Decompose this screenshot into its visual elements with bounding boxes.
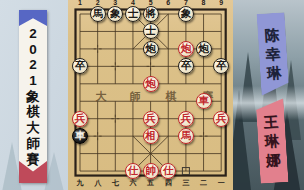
file-label: 二 xyxy=(197,178,211,188)
piece-red-advisor[interactable]: 仕 xyxy=(125,163,141,179)
banner-char: 師 xyxy=(26,137,40,152)
player-name-char: 陈 xyxy=(264,27,279,44)
player-name-char: 琳 xyxy=(264,133,279,150)
file-label: 七 xyxy=(108,178,122,188)
banner-char: 2 xyxy=(29,27,37,42)
xiangqi-board: 123456789 九八七六五四三二一 大師棋賽 馬象士將象士炮炮炮卒卒卒炮車兵… xyxy=(68,0,233,190)
player-name-bottom: 王琳娜 xyxy=(255,98,288,184)
file-label: 四 xyxy=(161,178,175,188)
file-label: 6 xyxy=(161,0,175,6)
banner-char: 2 xyxy=(29,58,37,73)
piece-black-king[interactable]: 將 xyxy=(143,6,159,22)
file-label: 五 xyxy=(144,178,158,188)
banner-char: 1 xyxy=(29,74,37,89)
piece-red-king[interactable]: 帥 xyxy=(143,163,159,179)
banner-char: 賽 xyxy=(26,153,40,168)
piece-black-elephant[interactable]: 象 xyxy=(178,6,194,22)
piece-black-advisor[interactable]: 士 xyxy=(143,23,159,39)
piece-red-soldier[interactable]: 兵 xyxy=(178,111,194,127)
banner-char: 大 xyxy=(26,121,40,136)
piece-black-cannon[interactable]: 炮 xyxy=(196,41,212,57)
piece-red-soldier[interactable]: 兵 xyxy=(72,111,88,127)
piece-red-soldier[interactable]: 兵 xyxy=(143,111,159,127)
file-label: 六 xyxy=(126,178,140,188)
piece-red-soldier[interactable]: 兵 xyxy=(213,111,229,127)
river-text-char: 棋 xyxy=(164,89,178,104)
player-name-char: 娜 xyxy=(265,152,280,169)
banner-top-cap xyxy=(19,10,47,26)
piece-red-cannon[interactable]: 炮 xyxy=(178,41,194,57)
file-label: 9 xyxy=(214,0,228,6)
file-label: 九 xyxy=(73,178,87,188)
file-label: 一 xyxy=(214,178,228,188)
player-name-char: 幸 xyxy=(265,46,280,63)
tree-silhouette-icon xyxy=(44,152,64,190)
file-label: 1 xyxy=(73,0,87,6)
file-label: 八 xyxy=(91,178,105,188)
piece-red-horse[interactable]: 馬 xyxy=(178,128,194,144)
piece-black-advisor[interactable]: 士 xyxy=(125,6,141,22)
piece-red-elephant[interactable]: 相 xyxy=(143,128,159,144)
river-text-char: 師 xyxy=(128,89,142,104)
piece-black-horse[interactable]: 馬 xyxy=(90,6,106,22)
piece-red-cannon[interactable]: 炮 xyxy=(143,76,159,92)
piece-red-chariot[interactable]: 車 xyxy=(196,93,212,109)
file-label: 三 xyxy=(179,178,193,188)
tournament-banner: 2021象棋大師賽 xyxy=(19,10,47,183)
tournament-banner-text: 2021象棋大師賽 xyxy=(19,27,47,167)
file-label: 8 xyxy=(197,0,211,6)
player-name-top: 陈幸琳 xyxy=(257,12,290,96)
player-name-char: 王 xyxy=(263,114,278,131)
video-frame: 2021象棋大師賽 陈幸琳 王琳娜 123456789 九八七六五四三二一 大師… xyxy=(0,0,304,190)
river-text-char: 大 xyxy=(94,89,108,104)
banner-char: 棋 xyxy=(26,105,40,120)
banner-char: 0 xyxy=(29,43,37,58)
banner-char: 象 xyxy=(26,90,40,105)
player-name-char: 琳 xyxy=(266,65,281,82)
piece-black-cannon[interactable]: 炮 xyxy=(143,41,159,57)
